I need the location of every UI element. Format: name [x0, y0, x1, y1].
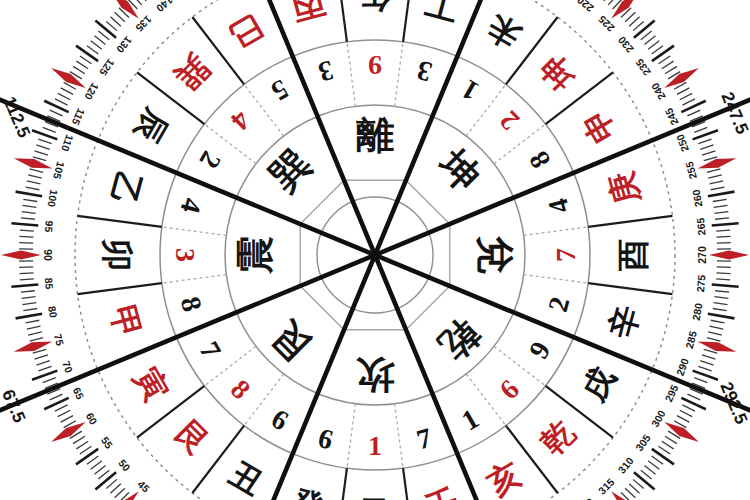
- minor-degree-tick: [700, 361, 713, 365]
- mountain-label: 丙: [288, 0, 329, 27]
- star-ring-separator: [162, 227, 226, 235]
- mountain-ring-separator: [78, 283, 162, 294]
- star-number: 6: [266, 403, 294, 437]
- star-ring-separator: [395, 404, 403, 468]
- minor-degree-tick: [711, 320, 725, 323]
- major-degree-tick: [11, 284, 38, 286]
- minor-degree-tick: [716, 230, 730, 231]
- degree-label: 270: [696, 246, 708, 264]
- trigram-label: 巽: [262, 142, 319, 199]
- major-degree-tick: [16, 314, 43, 319]
- trigram-label: 乾: [432, 312, 489, 369]
- minor-degree-tick: [27, 181, 41, 184]
- degree-label: 95: [43, 220, 56, 233]
- mountain-label: 丁: [422, 0, 462, 27]
- star-number: 8: [175, 293, 209, 315]
- star-number: 5: [266, 74, 294, 108]
- minor-degree-tick: [21, 218, 35, 219]
- minor-degree-tick: [36, 145, 49, 149]
- minor-degree-tick: [76, 441, 88, 449]
- minor-degree-tick: [708, 332, 722, 335]
- mountain-label: 寅: [128, 361, 175, 407]
- mountain-ring-separator: [403, 0, 414, 42]
- mountain-label: 申: [575, 103, 622, 149]
- mountain-ring-separator: [403, 468, 414, 500]
- star-number: 6: [315, 422, 337, 456]
- mountain-ring-separator: [336, 468, 347, 500]
- red-degree-tick: [14, 341, 53, 351]
- major-degree-tick: [16, 192, 43, 197]
- mountain-ring-separator: [78, 216, 162, 227]
- red-degree-tick: [709, 251, 749, 260]
- minor-degree-tick: [20, 279, 34, 280]
- minor-degree-tick: [682, 99, 695, 105]
- red-degree-tick: [698, 158, 737, 168]
- degree-label: 50: [116, 457, 133, 474]
- minor-degree-tick: [710, 181, 724, 184]
- minor-degree-tick: [23, 199, 37, 201]
- minor-degree-tick: [625, 488, 635, 498]
- minor-degree-tick: [715, 218, 729, 219]
- major-degree-tick: [652, 46, 674, 61]
- minor-degree-tick: [22, 303, 36, 305]
- mountain-label: 辰: [128, 102, 176, 149]
- minor-degree-tick: [677, 88, 689, 95]
- degree-label: 85: [43, 277, 56, 290]
- degree-label: 140: [154, 0, 175, 15]
- trigram-label: 坤: [430, 140, 488, 198]
- minor-degree-tick: [55, 405, 68, 411]
- minor-degree-tick: [22, 205, 36, 207]
- star-number: 1: [456, 403, 484, 437]
- star-ring-separator: [347, 404, 355, 468]
- minor-degree-tick: [710, 326, 724, 329]
- degree-label: 305: [633, 432, 653, 453]
- minor-degree-tick: [682, 405, 695, 411]
- minor-degree-tick: [22, 212, 36, 214]
- mountain-ring-separator: [588, 216, 672, 227]
- degree-label: 130: [114, 34, 135, 55]
- degree-label: 250: [674, 133, 691, 154]
- minor-degree-tick: [677, 416, 689, 423]
- star-ring-separator: [162, 275, 226, 283]
- minor-degree-tick: [115, 488, 125, 498]
- boundary-angle-label: 292.5: [716, 379, 750, 427]
- minor-degree-tick: [713, 309, 727, 311]
- minor-degree-tick: [21, 291, 35, 292]
- mountain-label: 壬: [421, 483, 462, 500]
- minor-degree-tick: [714, 205, 728, 207]
- minor-degree-tick: [19, 236, 33, 237]
- trigram-label: 兌: [474, 235, 516, 274]
- minor-degree-tick: [648, 41, 659, 49]
- degree-label: 285: [683, 329, 699, 349]
- minor-degree-tick: [110, 484, 120, 493]
- minor-degree-tick: [625, 12, 635, 22]
- red-degree-tick: [14, 158, 53, 168]
- minor-degree-tick: [26, 320, 40, 323]
- degree-label: 120: [82, 81, 101, 102]
- degree-label: 275: [694, 274, 707, 293]
- minor-degree-tick: [80, 446, 92, 454]
- minor-degree-tick: [652, 46, 663, 54]
- degree-label: 75: [52, 332, 67, 347]
- minor-degree-tick: [665, 436, 677, 443]
- star-number: 4: [542, 195, 576, 217]
- major-degree-tick: [11, 223, 38, 225]
- major-degree-tick: [95, 472, 116, 489]
- major-degree-tick: [681, 101, 705, 112]
- minor-degree-tick: [55, 99, 68, 105]
- star-number: 8: [523, 146, 557, 174]
- degree-label: 320: [575, 495, 596, 500]
- minor-degree-tick: [38, 139, 51, 144]
- mountain-label: 酉: [615, 239, 651, 272]
- minor-degree-tick: [717, 273, 731, 274]
- minor-degree-tick: [38, 366, 51, 371]
- minor-degree-tick: [43, 127, 56, 132]
- degree-label: 310: [615, 455, 636, 476]
- major-degree-tick: [708, 192, 735, 197]
- minor-degree-tick: [694, 378, 707, 383]
- minor-degree-tick: [687, 394, 700, 400]
- red-degree-tick: [111, 491, 139, 500]
- degree-label: 60: [84, 410, 100, 426]
- star-number: 1: [456, 74, 484, 108]
- minor-degree-tick: [58, 93, 70, 99]
- star-number: 3: [315, 55, 337, 89]
- red-degree-tick: [611, 491, 639, 500]
- minor-degree-tick: [28, 175, 42, 178]
- degree-label: 295: [662, 383, 680, 404]
- minor-degree-tick: [629, 484, 639, 493]
- minor-degree-tick: [76, 61, 88, 69]
- minor-degree-tick: [28, 332, 42, 335]
- minor-degree-tick: [61, 416, 73, 423]
- minor-degree-tick: [662, 441, 674, 449]
- minor-degree-tick: [680, 93, 692, 99]
- minor-degree-tick: [23, 309, 37, 311]
- major-degree-tick: [708, 314, 735, 319]
- minor-degree-tick: [680, 410, 692, 416]
- degree-label: 105: [51, 160, 67, 180]
- luopan-compass-diagram: 5101520253035404550556065707580859095100…: [0, 0, 750, 500]
- mountain-label: 艮: [169, 413, 217, 461]
- red-degree-tick: [111, 0, 139, 19]
- major-degree-tick: [95, 20, 116, 37]
- boundary-angle-label: 67.5: [0, 386, 30, 425]
- minor-degree-tick: [694, 127, 707, 132]
- minor-degree-tick: [94, 36, 105, 45]
- star-number: 4: [175, 195, 209, 217]
- degree-label: 280: [690, 302, 705, 321]
- star-ring-separator: [347, 42, 355, 106]
- minor-degree-tick: [644, 36, 655, 45]
- mountain-label: 甲: [104, 302, 147, 342]
- minor-degree-tick: [702, 151, 715, 155]
- minor-degree-tick: [659, 446, 671, 454]
- degree-label: 265: [694, 217, 707, 236]
- mountain-label: 午: [359, 0, 392, 15]
- minor-degree-tick: [714, 297, 728, 299]
- minor-degree-tick: [61, 88, 73, 95]
- minor-degree-tick: [22, 297, 36, 299]
- mountain-label: 巽: [169, 49, 217, 97]
- mountain-label: 丑: [223, 455, 269, 500]
- star-number: 7: [413, 422, 435, 456]
- degree-label: 65: [71, 385, 87, 401]
- star-number: 2: [542, 293, 576, 315]
- major-degree-tick: [712, 223, 739, 225]
- major-degree-tick: [76, 46, 98, 61]
- minor-degree-tick: [708, 175, 722, 178]
- star-number: 8: [225, 373, 257, 405]
- minor-degree-tick: [91, 461, 102, 469]
- red-degree-tick: [1, 251, 41, 260]
- degree-label: 290: [674, 356, 691, 377]
- degree-label: 255: [683, 160, 699, 180]
- degree-label: 220: [575, 0, 596, 15]
- major-degree-tick: [681, 398, 705, 409]
- trigram-label: 坎: [355, 354, 396, 396]
- minor-degree-tick: [30, 169, 44, 172]
- minor-degree-tick: [80, 56, 92, 64]
- mountain-label: 未: [481, 8, 528, 56]
- minor-degree-tick: [91, 41, 102, 49]
- minor-degree-tick: [702, 355, 715, 359]
- minor-degree-tick: [715, 291, 729, 292]
- degree-label: 235: [633, 57, 653, 78]
- star-number: 7: [550, 248, 581, 262]
- mountain-label: 卯: [99, 238, 135, 271]
- minor-degree-tick: [629, 17, 639, 26]
- major-degree-tick: [634, 472, 655, 489]
- minor-degree-tick: [27, 326, 41, 329]
- minor-degree-tick: [20, 230, 34, 231]
- minor-degree-tick: [110, 17, 120, 26]
- mountain-label: 癸: [287, 482, 328, 500]
- star-ring-separator: [524, 227, 588, 235]
- degree-label: 300: [649, 408, 668, 429]
- red-degree-tick: [698, 341, 737, 351]
- mountain-label: 乙: [104, 168, 147, 208]
- star-number: 4: [225, 105, 257, 137]
- minor-degree-tick: [698, 366, 711, 371]
- star-number: 3: [413, 55, 435, 89]
- degree-label: 80: [46, 305, 60, 319]
- minor-degree-tick: [652, 456, 663, 464]
- degree-label: 110: [59, 133, 76, 153]
- degree-label: 260: [690, 188, 705, 207]
- star-number: 2: [194, 146, 228, 174]
- degree-label: 100: [46, 189, 61, 208]
- minor-degree-tick: [648, 461, 659, 469]
- minor-degree-tick: [717, 236, 731, 237]
- minor-degree-tick: [665, 66, 677, 73]
- degree-label: 115: [70, 107, 88, 128]
- mountain-label: 坤: [533, 49, 582, 98]
- minor-degree-tick: [19, 273, 33, 274]
- trigram-label: 離: [356, 114, 394, 156]
- star-number: 9: [523, 336, 557, 364]
- minor-degree-tick: [707, 338, 721, 341]
- minor-degree-tick: [43, 378, 56, 383]
- star-number: 3: [170, 248, 201, 262]
- minor-degree-tick: [115, 12, 125, 22]
- boundary-angle-label: 112.5: [0, 93, 35, 140]
- degree-label: 240: [649, 81, 668, 102]
- minor-degree-tick: [26, 187, 40, 190]
- degree-label: 125: [97, 57, 117, 78]
- mountain-label: 戌: [574, 361, 622, 408]
- minor-degree-tick: [87, 46, 98, 54]
- minor-degree-tick: [94, 466, 105, 475]
- degree-label: 70: [60, 359, 75, 374]
- minor-degree-tick: [73, 66, 85, 73]
- minor-degree-tick: [50, 394, 63, 400]
- mountain-label: 子: [359, 495, 391, 500]
- minor-degree-tick: [87, 456, 98, 464]
- minor-degree-tick: [35, 355, 48, 359]
- star-number: 2: [493, 105, 525, 137]
- degree-label: 90: [42, 249, 54, 261]
- major-degree-tick: [76, 449, 98, 464]
- minor-degree-tick: [700, 145, 713, 149]
- luopan-compass: 5101520253035404550556065707580859095100…: [0, 0, 750, 500]
- mountain-label: 巳: [223, 8, 269, 55]
- major-degree-tick: [712, 284, 739, 286]
- major-degree-tick: [44, 101, 68, 112]
- mountain-label: 乾: [533, 413, 581, 461]
- minor-degree-tick: [687, 110, 700, 116]
- trigram-label: 震: [234, 236, 276, 275]
- star-number: 1: [368, 430, 382, 461]
- minor-degree-tick: [30, 338, 44, 341]
- star-number: 6: [493, 373, 525, 405]
- degree-label: 230: [615, 34, 636, 55]
- star-number: 7: [194, 336, 228, 364]
- minor-degree-tick: [35, 151, 48, 155]
- trigram-label: 艮: [262, 312, 319, 369]
- minor-degree-tick: [50, 110, 63, 116]
- minor-degree-tick: [662, 61, 674, 69]
- star-number: 9: [368, 50, 382, 81]
- minor-degree-tick: [716, 279, 730, 280]
- major-degree-tick: [652, 449, 674, 464]
- major-degree-tick: [44, 398, 68, 409]
- minor-degree-tick: [73, 436, 85, 443]
- minor-degree-tick: [644, 466, 655, 475]
- degree-label: 245: [662, 106, 680, 127]
- minor-degree-tick: [714, 303, 728, 305]
- red-degree-tick: [611, 0, 639, 19]
- minor-degree-tick: [711, 187, 725, 190]
- mountain-label: 庚: [603, 168, 646, 209]
- minor-degree-tick: [58, 410, 70, 416]
- major-degree-tick: [634, 20, 655, 37]
- mountain-ring-separator: [588, 283, 672, 294]
- mountain-ring-separator: [336, 0, 347, 42]
- minor-degree-tick: [707, 169, 721, 172]
- mountain-label: 辛: [602, 302, 645, 343]
- mountain-label: 亥: [480, 455, 527, 500]
- star-ring-separator: [524, 275, 588, 283]
- minor-degree-tick: [698, 139, 711, 144]
- minor-degree-tick: [714, 212, 728, 214]
- minor-degree-tick: [659, 56, 671, 64]
- star-ring-separator: [395, 42, 403, 106]
- minor-degree-tick: [713, 199, 727, 201]
- minor-degree-tick: [36, 361, 49, 365]
- degree-label: 55: [99, 434, 116, 451]
